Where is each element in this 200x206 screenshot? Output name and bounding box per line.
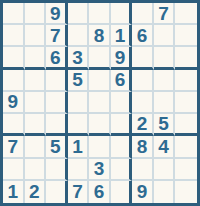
cell-r9c2-given[interactable]: 2 xyxy=(25,181,47,203)
cell-r2c3-given[interactable]: 7 xyxy=(46,25,68,47)
cell-r9c6-empty[interactable] xyxy=(111,181,133,203)
cell-r3c5-empty[interactable] xyxy=(89,47,111,69)
sudoku-board: 9778166395692575184312769 xyxy=(0,0,200,206)
cell-r3c2-empty[interactable] xyxy=(25,47,47,69)
cell-r6c5-empty[interactable] xyxy=(89,114,111,136)
cell-r6c8-given[interactable]: 5 xyxy=(154,114,176,136)
cell-r1c6-empty[interactable] xyxy=(111,3,133,25)
cell-r8c4-empty[interactable] xyxy=(68,159,90,181)
cell-r8c6-empty[interactable] xyxy=(111,159,133,181)
cell-r1c5-empty[interactable] xyxy=(89,3,111,25)
cell-r1c1-empty[interactable] xyxy=(3,3,25,25)
cell-r9c3-empty[interactable] xyxy=(46,181,68,203)
cell-r2c8-empty[interactable] xyxy=(154,25,176,47)
cell-r1c2-empty[interactable] xyxy=(25,3,47,25)
cell-r1c7-empty[interactable] xyxy=(132,3,154,25)
cell-r7c4-given[interactable]: 1 xyxy=(68,136,90,158)
cell-r9c9-empty[interactable] xyxy=(175,181,197,203)
cell-r1c4-empty[interactable] xyxy=(68,3,90,25)
cell-r7c1-given[interactable]: 7 xyxy=(3,136,25,158)
cell-r6c4-empty[interactable] xyxy=(68,114,90,136)
cell-r5c3-empty[interactable] xyxy=(46,92,68,114)
cell-r2c1-empty[interactable] xyxy=(3,25,25,47)
cell-r8c5-given[interactable]: 3 xyxy=(89,159,111,181)
sudoku-app: 9778166395692575184312769 xyxy=(0,0,200,206)
cell-r6c2-empty[interactable] xyxy=(25,114,47,136)
cell-r2c4-empty[interactable] xyxy=(68,25,90,47)
cell-r5c2-empty[interactable] xyxy=(25,92,47,114)
cell-r5c7-empty[interactable] xyxy=(132,92,154,114)
cell-r8c7-empty[interactable] xyxy=(132,159,154,181)
cell-r1c9-empty[interactable] xyxy=(175,3,197,25)
cell-r6c3-empty[interactable] xyxy=(46,114,68,136)
cell-r6c6-empty[interactable] xyxy=(111,114,133,136)
cell-r4c1-empty[interactable] xyxy=(3,70,25,92)
cell-r9c7-given[interactable]: 9 xyxy=(132,181,154,203)
cell-r2c5-given[interactable]: 8 xyxy=(89,25,111,47)
cell-r1c8-given[interactable]: 7 xyxy=(154,3,176,25)
cell-r8c3-empty[interactable] xyxy=(46,159,68,181)
cell-r5c5-empty[interactable] xyxy=(89,92,111,114)
cell-r3c4-given[interactable]: 3 xyxy=(68,47,90,69)
cell-r3c1-empty[interactable] xyxy=(3,47,25,69)
cell-r8c8-empty[interactable] xyxy=(154,159,176,181)
cell-r3c3-given[interactable]: 6 xyxy=(46,47,68,69)
cell-r7c8-given[interactable]: 4 xyxy=(154,136,176,158)
cell-r2c7-given[interactable]: 6 xyxy=(132,25,154,47)
cell-r4c5-empty[interactable] xyxy=(89,70,111,92)
cell-r1c3-given[interactable]: 9 xyxy=(46,3,68,25)
cell-r4c7-empty[interactable] xyxy=(132,70,154,92)
cell-r5c6-empty[interactable] xyxy=(111,92,133,114)
cell-r9c1-given[interactable]: 1 xyxy=(3,181,25,203)
cell-r2c9-empty[interactable] xyxy=(175,25,197,47)
cell-r3c8-empty[interactable] xyxy=(154,47,176,69)
cell-r4c4-given[interactable]: 5 xyxy=(68,70,90,92)
cell-r6c1-empty[interactable] xyxy=(3,114,25,136)
cell-r5c4-empty[interactable] xyxy=(68,92,90,114)
cell-r5c8-empty[interactable] xyxy=(154,92,176,114)
cell-r3c6-given[interactable]: 9 xyxy=(111,47,133,69)
cell-r3c9-empty[interactable] xyxy=(175,47,197,69)
cell-r6c9-empty[interactable] xyxy=(175,114,197,136)
cell-r5c1-given[interactable]: 9 xyxy=(3,92,25,114)
cell-r8c1-empty[interactable] xyxy=(3,159,25,181)
cell-r5c9-empty[interactable] xyxy=(175,92,197,114)
cell-r8c9-empty[interactable] xyxy=(175,159,197,181)
cell-r7c5-empty[interactable] xyxy=(89,136,111,158)
cell-r3c7-empty[interactable] xyxy=(132,47,154,69)
cell-r4c8-empty[interactable] xyxy=(154,70,176,92)
cell-r7c7-given[interactable]: 8 xyxy=(132,136,154,158)
cell-r6c7-given[interactable]: 2 xyxy=(132,114,154,136)
cell-r7c3-given[interactable]: 5 xyxy=(46,136,68,158)
cell-r7c2-empty[interactable] xyxy=(25,136,47,158)
cell-r4c9-empty[interactable] xyxy=(175,70,197,92)
cell-r9c5-given[interactable]: 6 xyxy=(89,181,111,203)
cell-r2c6-given[interactable]: 1 xyxy=(111,25,133,47)
cell-r7c9-empty[interactable] xyxy=(175,136,197,158)
cell-r9c4-given[interactable]: 7 xyxy=(68,181,90,203)
cell-r4c6-given[interactable]: 6 xyxy=(111,70,133,92)
cell-r8c2-empty[interactable] xyxy=(25,159,47,181)
cell-r4c2-empty[interactable] xyxy=(25,70,47,92)
cell-r7c6-empty[interactable] xyxy=(111,136,133,158)
cell-r2c2-empty[interactable] xyxy=(25,25,47,47)
cell-r9c8-empty[interactable] xyxy=(154,181,176,203)
cell-r4c3-empty[interactable] xyxy=(46,70,68,92)
